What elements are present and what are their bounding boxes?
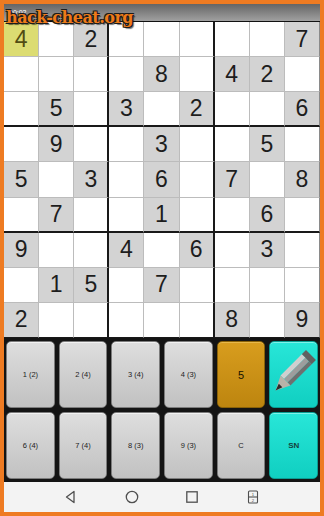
cell-r8c4[interactable]: [109, 268, 144, 303]
cell-r2c2[interactable]: [39, 57, 74, 92]
cell-r9c3[interactable]: [74, 303, 109, 338]
digit-9-key[interactable]: 9 (3): [164, 412, 213, 479]
single-note-key-label: SN: [288, 441, 299, 450]
cell-r7c1[interactable]: 9: [4, 233, 39, 268]
cell-r1c2[interactable]: [39, 22, 74, 57]
cell-r9c8[interactable]: [250, 303, 285, 338]
cell-r5c4[interactable]: [109, 162, 144, 197]
cell-r4c9[interactable]: [285, 127, 320, 162]
cell-r4c4[interactable]: [109, 127, 144, 162]
cell-r2c5[interactable]: 8: [144, 57, 179, 92]
cell-r6c1[interactable]: [4, 198, 39, 233]
cell-r2c9[interactable]: [285, 57, 320, 92]
clear-key-label: C: [238, 441, 243, 450]
cell-r5c5[interactable]: 6: [144, 162, 179, 197]
cell-r6c2[interactable]: 7: [39, 198, 74, 233]
status-bar: 00:02: [4, 4, 320, 22]
cell-r3c1[interactable]: [4, 92, 39, 127]
digit-4-key-label: 4 (3): [181, 370, 196, 379]
keypad: 1 (2)2 (4)3 (4)4 (3)5 6 (4)7 (4)8 (3)9 (…: [4, 338, 320, 482]
cell-r6c3[interactable]: [74, 198, 109, 233]
cell-r8c9[interactable]: [285, 268, 320, 303]
digit-3-key[interactable]: 3 (4): [111, 341, 160, 408]
cell-r2c1[interactable]: [4, 57, 39, 92]
cell-r6c7[interactable]: [215, 198, 250, 233]
cell-r2c7[interactable]: 4: [215, 57, 250, 92]
cell-r9c9[interactable]: 9: [285, 303, 320, 338]
digit-2-key-label: 2 (4): [75, 370, 90, 379]
pencil-icon: [272, 346, 316, 404]
cell-r9c7[interactable]: 8: [215, 303, 250, 338]
cell-r1c1[interactable]: 4: [4, 22, 39, 57]
cell-r5c9[interactable]: 8: [285, 162, 320, 197]
cell-r9c1[interactable]: 2: [4, 303, 39, 338]
cell-r4c5[interactable]: 3: [144, 127, 179, 162]
cell-r3c6[interactable]: 2: [180, 92, 215, 127]
single-note-key[interactable]: SN: [269, 412, 318, 479]
digit-7-key-label: 7 (4): [75, 441, 90, 450]
cell-r3c5[interactable]: [144, 92, 179, 127]
recents-button[interactable]: [177, 482, 207, 512]
cell-r4c2[interactable]: 9: [39, 127, 74, 162]
cell-r7c8[interactable]: 3: [250, 233, 285, 268]
digit-8-key[interactable]: 8 (3): [111, 412, 160, 479]
cell-r1c7[interactable]: [215, 22, 250, 57]
digit-8-key-label: 8 (3): [128, 441, 143, 450]
multiwindow-button[interactable]: 1 2: [238, 482, 268, 512]
cell-r7c5[interactable]: [144, 233, 179, 268]
cell-r5c6[interactable]: [180, 162, 215, 197]
svg-text:1: 1: [251, 492, 254, 497]
cell-r1c8[interactable]: [250, 22, 285, 57]
cell-r3c8[interactable]: [250, 92, 285, 127]
cell-r8c7[interactable]: [215, 268, 250, 303]
cell-r8c3[interactable]: 5: [74, 268, 109, 303]
digit-9-key-label: 9 (3): [181, 441, 196, 450]
device-frame: 00:02 hack-cheat.org 4278425326935536787…: [0, 0, 324, 516]
cell-r9c4[interactable]: [109, 303, 144, 338]
cell-r3c9[interactable]: 6: [285, 92, 320, 127]
cell-r1c9[interactable]: 7: [285, 22, 320, 57]
multiwindow-icon: 1 2: [245, 489, 261, 505]
cell-r6c8[interactable]: 6: [250, 198, 285, 233]
cell-r6c4[interactable]: [109, 198, 144, 233]
cell-r7c6[interactable]: 6: [180, 233, 215, 268]
cell-r6c9[interactable]: [285, 198, 320, 233]
cell-r3c4[interactable]: 3: [109, 92, 144, 127]
digit-5-key-label: 5: [238, 369, 244, 381]
digit-1-key-label: 1 (2): [23, 370, 38, 379]
cell-r7c3[interactable]: [74, 233, 109, 268]
status-clock: 00:02: [9, 9, 27, 16]
digit-4-key[interactable]: 4 (3): [164, 341, 213, 408]
recents-icon: [184, 489, 200, 505]
digit-2-key[interactable]: 2 (4): [59, 341, 108, 408]
cell-r2c8[interactable]: 2: [250, 57, 285, 92]
keypad-row-2: 6 (4)7 (4)8 (3)9 (3)CSN: [6, 412, 318, 479]
android-nav-bar: 1 2: [4, 482, 320, 512]
digit-5-key[interactable]: 5: [217, 341, 266, 408]
cell-r3c2[interactable]: 5: [39, 92, 74, 127]
cell-r3c3[interactable]: [74, 92, 109, 127]
keypad-row-1: 1 (2)2 (4)3 (4)4 (3)5: [6, 341, 318, 408]
sudoku-board: 4278425326935536787169463157289: [4, 22, 320, 338]
cell-r9c6[interactable]: [180, 303, 215, 338]
cell-r8c1[interactable]: [4, 268, 39, 303]
cell-r8c8[interactable]: [250, 268, 285, 303]
svg-text:2: 2: [251, 498, 254, 503]
digit-1-key[interactable]: 1 (2): [6, 341, 55, 408]
cell-r5c7[interactable]: 7: [215, 162, 250, 197]
cell-r2c6[interactable]: [180, 57, 215, 92]
cell-r4c6[interactable]: [180, 127, 215, 162]
cell-r4c3[interactable]: [74, 127, 109, 162]
cell-r7c9[interactable]: [285, 233, 320, 268]
cell-r2c4[interactable]: [109, 57, 144, 92]
cell-r6c5[interactable]: 1: [144, 198, 179, 233]
screen: 00:02 hack-cheat.org 4278425326935536787…: [4, 4, 320, 512]
cell-r8c2[interactable]: 1: [39, 268, 74, 303]
cell-r5c1[interactable]: 5: [4, 162, 39, 197]
cell-r8c5[interactable]: 7: [144, 268, 179, 303]
digit-6-key[interactable]: 6 (4): [6, 412, 55, 479]
cell-r6c6[interactable]: [180, 198, 215, 233]
cell-r7c2[interactable]: [39, 233, 74, 268]
clear-key[interactable]: C: [217, 412, 266, 479]
pencil-mode-key[interactable]: [269, 341, 318, 408]
cell-r1c5[interactable]: [144, 22, 179, 57]
digit-6-key-label: 6 (4): [23, 441, 38, 450]
cell-r5c3[interactable]: 3: [74, 162, 109, 197]
cell-r3c7[interactable]: [215, 92, 250, 127]
cell-r4c1[interactable]: [4, 127, 39, 162]
cell-r5c2[interactable]: [39, 162, 74, 197]
cell-r9c5[interactable]: [144, 303, 179, 338]
cell-r1c6[interactable]: [180, 22, 215, 57]
cell-r1c4[interactable]: [109, 22, 144, 57]
cell-r7c4[interactable]: 4: [109, 233, 144, 268]
cell-r5c8[interactable]: [250, 162, 285, 197]
cell-r1c3[interactable]: 2: [74, 22, 109, 57]
cell-r9c2[interactable]: [39, 303, 74, 338]
back-button[interactable]: [56, 482, 86, 512]
back-icon: [63, 489, 79, 505]
digit-3-key-label: 3 (4): [128, 370, 143, 379]
home-icon: [124, 489, 140, 505]
cell-r7c7[interactable]: [215, 233, 250, 268]
home-button[interactable]: [117, 482, 147, 512]
cell-r4c7[interactable]: [215, 127, 250, 162]
cell-r2c3[interactable]: [74, 57, 109, 92]
digit-7-key[interactable]: 7 (4): [59, 412, 108, 479]
cell-r8c6[interactable]: [180, 268, 215, 303]
cell-r4c8[interactable]: 5: [250, 127, 285, 162]
